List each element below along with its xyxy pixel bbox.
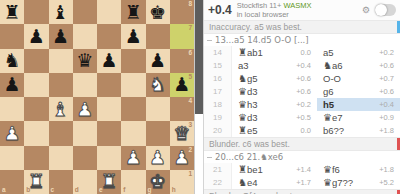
move-number: 18 (204, 98, 232, 111)
engine-info: Stockfish 11+ WASMX in local browser (237, 1, 357, 19)
square-h5[interactable]: ♟5 (170, 73, 194, 97)
move-text: e5 (247, 125, 258, 136)
variation-text: 13...a5 14.d5 O-O [...] (215, 35, 309, 45)
move-text: f6 (332, 164, 340, 175)
square-f7[interactable]: ♟ (121, 24, 145, 48)
square-a6[interactable]: ♞ (0, 49, 24, 73)
white-move[interactable]: ♛h3+0.2 (232, 98, 317, 111)
square-e8[interactable] (97, 0, 121, 24)
move-number: 16 (204, 72, 232, 85)
judgment-comment: Blunder. c6 was best. (204, 137, 400, 151)
judgment-text: Inaccuracy. a5 was best. (209, 22, 302, 32)
white-move[interactable]: a3+0.4 (232, 59, 317, 72)
square-d6[interactable]: ♛ (73, 49, 97, 73)
square-a7[interactable] (0, 24, 24, 48)
engine-location: in local browser (237, 10, 357, 19)
square-a2[interactable] (0, 146, 24, 170)
coord-rank-3: 3 (188, 122, 192, 129)
white-pawn[interactable]: ♟ (76, 100, 93, 119)
move-eval: 0.0 (301, 48, 311, 57)
move-eval: 0.0 (301, 126, 311, 135)
figurine-queen-icon: ♛ (238, 87, 247, 97)
square-f5[interactable] (121, 73, 145, 97)
move-row: 14♜ab10.0a5+0.2 (204, 46, 400, 59)
move-eval: +5.2 (379, 178, 394, 187)
move-text: a5 (323, 47, 334, 58)
black-move[interactable]: b6??+1.8 (317, 124, 400, 137)
figurine-knight-icon: ♞ (323, 61, 332, 71)
move-san: ♛d3 (238, 112, 296, 123)
analysis-panel: +0.4 Stockfish 11+ WASMX in local browse… (203, 0, 400, 194)
chess-board: ♜♝♜♚8♟♟♟7♞♛♟♟6♟♞♟5♝♟4♟♛3♟♟♟2a♜bcd♜ef♚g1h (0, 0, 194, 194)
black-move[interactable]: g6+0.6 (317, 85, 400, 98)
figurine-knight-icon: ♞ (238, 178, 247, 188)
move-eval: +1.4 (296, 165, 311, 174)
variation-dash (207, 157, 212, 158)
figurine-queen-icon: ♛ (323, 165, 332, 175)
move-san: ♛g7?? (323, 177, 379, 188)
black-move[interactable]: h5+0.4 (317, 98, 400, 111)
move-number: 21 (204, 163, 232, 176)
black-move[interactable]: ♞a6+0.6 (317, 59, 400, 72)
coord-file-d: d (75, 187, 79, 194)
move-san: ♞e4 (238, 177, 296, 188)
white-knight[interactable]: ♞ (149, 75, 166, 94)
square-f1[interactable]: f (121, 170, 145, 194)
square-d1[interactable]: d (73, 170, 97, 194)
coord-rank-4: 4 (188, 98, 192, 105)
black-knight[interactable]: ♞ (4, 51, 21, 70)
engine-name: Stockfish 11+ (237, 1, 282, 10)
square-h6[interactable]: 6 (170, 49, 194, 73)
square-e1[interactable]: ♜e (97, 170, 121, 194)
white-move[interactable]: ♜ab10.0 (232, 46, 317, 59)
move-number: 14 (204, 46, 232, 59)
move-san: ♞g5 (238, 73, 296, 84)
square-e6[interactable]: ♟ (97, 49, 121, 73)
square-g3[interactable] (146, 121, 170, 145)
square-b6[interactable] (24, 49, 48, 73)
gear-icon[interactable]: ⚙ (362, 6, 370, 15)
figurine-queen-icon: ♛ (323, 113, 332, 123)
white-pawn[interactable]: ♟ (4, 124, 21, 143)
engine-badge: WASMX (283, 1, 311, 10)
square-h1[interactable]: 1h (170, 170, 194, 194)
move-eval: +0.2 (379, 48, 394, 57)
move-text: d3 (247, 112, 258, 123)
square-h3[interactable]: ♛3 (170, 121, 194, 145)
move-san: ♛h3 (238, 99, 296, 110)
judgment-text: Blunder. c6 was best. (209, 139, 290, 149)
square-g6[interactable]: ♟ (146, 49, 170, 73)
coord-file-a: a (2, 187, 6, 194)
square-e7[interactable] (97, 24, 121, 48)
move-san: ♜be1 (238, 164, 296, 175)
white-rook[interactable]: ♜ (28, 172, 45, 191)
analysis-app: ♜♝♜♚8♟♟♟7♞♛♟♟6♟♞♟5♝♟4♟♛3♟♟♟2a♜bcd♜ef♚g1h… (0, 0, 400, 194)
coord-file-h: h (172, 187, 176, 194)
move-row: 19♛d3+0.5♛e7+0.9 (204, 111, 400, 124)
black-pawn[interactable]: ♟ (52, 27, 69, 46)
square-d7[interactable] (73, 24, 97, 48)
white-pawn[interactable]: ♟ (149, 148, 166, 167)
figurine-rook-icon: ♜ (238, 48, 247, 58)
square-e3[interactable] (97, 121, 121, 145)
coord-file-g: g (148, 187, 152, 194)
figurine-rook-icon: ♜ (238, 165, 247, 175)
move-san: b6?? (323, 125, 379, 136)
coord-file-c: c (51, 187, 55, 194)
square-b7[interactable]: ♟ (24, 24, 48, 48)
square-c2[interactable] (49, 146, 73, 170)
square-b3[interactable] (24, 121, 48, 145)
move-eval: +0.9 (379, 113, 394, 122)
black-move[interactable]: ♛e7+0.9 (317, 111, 400, 124)
move-text: be1 (247, 164, 263, 175)
square-d2[interactable] (73, 146, 97, 170)
move-san: g6 (323, 86, 379, 97)
variation-dash (207, 40, 212, 41)
square-d4[interactable]: ♟ (73, 97, 97, 121)
white-move[interactable]: ♞e4+1.7 (232, 176, 317, 189)
square-d8[interactable] (73, 0, 97, 24)
white-move[interactable]: ♞g5+0.6 (232, 72, 317, 85)
square-g4[interactable] (146, 97, 170, 121)
move-san: ♛e7 (323, 112, 379, 123)
move-eval: +0.6 (379, 61, 394, 70)
square-g2[interactable]: ♟ (146, 146, 170, 170)
move-row: 15a3+0.4♞a6+0.6 (204, 59, 400, 72)
judgment-text: Blunder. Qf4 was best. (209, 191, 295, 194)
coord-rank-6: 6 (188, 50, 192, 57)
square-g5[interactable]: ♞ (146, 73, 170, 97)
eval-gauge-black-portion (195, 0, 203, 114)
move-number: 15 (204, 59, 232, 72)
coord-file-e: e (99, 187, 103, 194)
square-c1[interactable]: c (49, 170, 73, 194)
move-text: g5 (247, 73, 258, 84)
move-san: ♞a6 (323, 60, 379, 71)
square-b8[interactable] (24, 0, 48, 24)
move-san: a5 (323, 47, 379, 58)
move-text: e4 (247, 177, 258, 188)
square-c6[interactable] (49, 49, 73, 73)
move-text: g7?? (332, 177, 353, 188)
move-eval: +0.7 (379, 74, 394, 83)
square-f6[interactable] (121, 49, 145, 73)
coord-rank-7: 7 (188, 25, 192, 32)
variation-line[interactable]: 13...a5 14.d5 O-O [...] (204, 34, 400, 46)
engine-toggle[interactable] (375, 4, 396, 16)
move-san: ♜e5 (238, 125, 301, 136)
figurine-rook-icon: ♜ (238, 126, 247, 136)
move-text: e7 (332, 112, 343, 123)
square-f3[interactable] (121, 121, 145, 145)
move-row: 16♞g5+0.6O-O+0.7 (204, 72, 400, 85)
eval-gauge (194, 0, 203, 194)
move-san: O-O (323, 73, 379, 84)
move-number: 19 (204, 111, 232, 124)
move-text: g6 (323, 86, 334, 97)
move-number: 22 (204, 176, 232, 189)
judgment-comment: Blunder. Qf4 was best. (204, 189, 400, 194)
black-king[interactable]: ♚ (149, 3, 166, 22)
move-eval: +0.6 (296, 87, 311, 96)
black-move[interactable]: O-O+0.7 (317, 72, 400, 85)
move-text: ab1 (247, 47, 263, 58)
variation-line[interactable]: 20...c6 21.♞xe6 (204, 151, 400, 163)
move-number: 17 (204, 85, 232, 98)
square-c3[interactable] (49, 121, 73, 145)
square-a8[interactable]: ♜ (0, 0, 24, 24)
move-eval: +0.4 (296, 61, 311, 70)
move-san: ♜ab1 (238, 47, 301, 58)
white-rook[interactable]: ♜ (101, 172, 118, 191)
move-text: h5 (323, 99, 334, 110)
black-move[interactable]: a5+0.2 (317, 46, 400, 59)
coord-file-f: f (123, 187, 125, 194)
move-text: O-O (323, 73, 341, 84)
black-rook[interactable]: ♜ (125, 3, 142, 22)
square-f4[interactable] (121, 97, 145, 121)
square-b5[interactable] (24, 73, 48, 97)
white-move[interactable]: ♛d3+0.6 (232, 85, 317, 98)
black-bishop[interactable]: ♝ (52, 3, 69, 22)
square-g8[interactable]: ♚ (146, 0, 170, 24)
square-d5[interactable] (73, 73, 97, 97)
square-e4[interactable] (97, 97, 121, 121)
move-text: a6 (332, 60, 343, 71)
square-g7[interactable] (146, 24, 170, 48)
toggle-knob (375, 4, 387, 16)
analysis-feed: Inaccuracy. a5 was best.13...a5 14.d5 O-… (204, 20, 400, 194)
variation-text: 20...c6 21.♞xe6 (215, 152, 283, 162)
move-number: 20 (204, 124, 232, 137)
engine-name-line: Stockfish 11+ WASMX (237, 1, 357, 10)
figurine-queen-icon: ♛ (323, 178, 332, 188)
figurine-queen-icon: ♛ (238, 100, 247, 110)
black-pawn[interactable]: ♟ (4, 75, 21, 94)
engine-eval: +0.4 (208, 3, 232, 17)
square-a4[interactable] (0, 97, 24, 121)
white-pawn[interactable]: ♟ (125, 148, 142, 167)
white-move[interactable]: ♛d3+0.5 (232, 111, 317, 124)
coord-rank-1: 1 (188, 171, 192, 178)
coord-rank-2: 2 (188, 147, 192, 154)
white-bishop[interactable]: ♝ (52, 100, 69, 119)
square-b4[interactable] (24, 97, 48, 121)
move-text: a3 (238, 60, 249, 71)
move-text: b6?? (323, 125, 344, 136)
square-c5[interactable] (49, 73, 73, 97)
white-move[interactable]: ♜be1+1.4 (232, 163, 317, 176)
figurine-queen-icon: ♛ (238, 113, 247, 123)
move-row: 17♛d3+0.6g6+0.6 (204, 85, 400, 98)
square-b1[interactable]: ♜b (24, 170, 48, 194)
judgment-comment: Inaccuracy. a5 was best. (204, 20, 400, 34)
black-pawn[interactable]: ♟ (125, 27, 142, 46)
move-san: h5 (323, 99, 379, 110)
square-a3[interactable]: ♟ (0, 121, 24, 145)
coord-rank-5: 5 (188, 74, 192, 81)
move-eval: +0.2 (296, 100, 311, 109)
square-f8[interactable]: ♜ (121, 0, 145, 24)
white-move[interactable]: ♜e50.0 (232, 124, 317, 137)
figurine-knight-icon: ♞ (238, 74, 247, 84)
black-rook[interactable]: ♜ (4, 3, 21, 22)
move-row: 21♜be1+1.4♛f6+1.8 (204, 163, 400, 176)
black-move[interactable]: ♛f6+1.8 (317, 163, 400, 176)
move-row: 22♞e4+1.7♛g7??+5.2 (204, 176, 400, 189)
black-pawn[interactable]: ♟ (28, 27, 45, 46)
engine-header: +0.4 Stockfish 11+ WASMX in local browse… (204, 0, 400, 20)
move-eval: +1.8 (379, 165, 394, 174)
move-san: ♛d3 (238, 86, 296, 97)
square-g1[interactable]: ♚g (146, 170, 170, 194)
square-e5[interactable] (97, 73, 121, 97)
black-queen[interactable]: ♛ (76, 51, 93, 70)
white-king[interactable]: ♚ (149, 172, 166, 191)
move-row: 20♜e50.0b6??+1.8 (204, 124, 400, 137)
square-h4[interactable]: 4 (170, 97, 194, 121)
move-eval: +0.5 (296, 113, 311, 122)
move-san: a3 (238, 60, 296, 71)
square-h2[interactable]: ♟2 (170, 146, 194, 170)
black-move[interactable]: ♛g7??+5.2 (317, 176, 400, 189)
black-pawn[interactable]: ♟ (149, 51, 166, 70)
square-f2[interactable]: ♟ (121, 146, 145, 170)
square-c8[interactable]: ♝ (49, 0, 73, 24)
coord-file-b: b (26, 187, 30, 194)
move-text: h3 (247, 99, 258, 110)
move-san: ♛f6 (323, 164, 379, 175)
move-eval: +0.6 (296, 74, 311, 83)
square-a1[interactable]: a (0, 170, 24, 194)
square-e2[interactable] (97, 146, 121, 170)
square-c7[interactable]: ♟ (49, 24, 73, 48)
move-eval: +0.4 (379, 100, 394, 109)
move-text: d3 (247, 86, 258, 97)
square-h7[interactable]: 7 (170, 24, 194, 48)
square-c4[interactable]: ♝ (49, 97, 73, 121)
square-d3[interactable] (73, 121, 97, 145)
move-eval: +1.7 (296, 178, 311, 187)
square-h8[interactable]: 8 (170, 0, 194, 24)
move-row: 18♛h3+0.2h5+0.4 (204, 98, 400, 111)
square-b2[interactable] (24, 146, 48, 170)
move-eval: +1.8 (379, 126, 394, 135)
move-eval: +0.6 (379, 87, 394, 96)
square-a5[interactable]: ♟ (0, 73, 24, 97)
black-pawn[interactable]: ♟ (101, 51, 118, 70)
coord-rank-8: 8 (188, 1, 192, 8)
